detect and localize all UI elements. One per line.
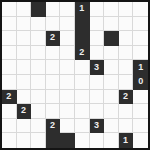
empty-cell-r1-c6[interactable] <box>90 17 105 32</box>
empty-cell-r0-c3[interactable] <box>46 2 61 17</box>
empty-cell-r9-c0[interactable] <box>2 133 17 148</box>
clue-cell-r4-c9: 1 <box>133 60 148 75</box>
empty-cell-r9-c2[interactable] <box>31 133 46 148</box>
empty-cell-r1-c0[interactable] <box>2 17 17 32</box>
empty-cell-r9-c1[interactable] <box>17 133 32 148</box>
empty-cell-r7-c6[interactable] <box>90 104 105 119</box>
empty-cell-r3-c4[interactable] <box>60 46 75 61</box>
empty-cell-r4-c7[interactable] <box>104 60 119 75</box>
empty-cell-r7-c4[interactable] <box>60 104 75 119</box>
empty-cell-r0-c0[interactable] <box>2 2 17 17</box>
light-up-board: 122310222231 <box>0 0 150 150</box>
clue-cell-r5-c9: 0 <box>133 75 148 90</box>
empty-cell-r5-c7[interactable] <box>104 75 119 90</box>
empty-cell-r2-c8[interactable] <box>119 31 134 46</box>
empty-cell-r1-c4[interactable] <box>60 17 75 32</box>
clue-cell-r4-c6: 3 <box>90 60 105 75</box>
empty-cell-r6-c9[interactable] <box>133 90 148 105</box>
wall-cell-r9-c3 <box>46 133 61 148</box>
empty-cell-r5-c4[interactable] <box>60 75 75 90</box>
empty-cell-r8-c0[interactable] <box>2 119 17 134</box>
empty-cell-r4-c5[interactable] <box>75 60 90 75</box>
empty-cell-r5-c2[interactable] <box>31 75 46 90</box>
empty-cell-r2-c9[interactable] <box>133 31 148 46</box>
wall-cell-r2-c7 <box>104 31 119 46</box>
clue-cell-r8-c6: 3 <box>90 119 105 134</box>
empty-cell-r3-c3[interactable] <box>46 46 61 61</box>
empty-cell-r3-c0[interactable] <box>2 46 17 61</box>
empty-cell-r2-c4[interactable] <box>60 31 75 46</box>
wall-cell-r0-c2 <box>31 2 46 17</box>
empty-cell-r6-c4[interactable] <box>60 90 75 105</box>
empty-cell-r2-c1[interactable] <box>17 31 32 46</box>
empty-cell-r3-c2[interactable] <box>31 46 46 61</box>
clue-cell-r8-c3: 2 <box>46 119 61 134</box>
empty-cell-r8-c7[interactable] <box>104 119 119 134</box>
empty-cell-r6-c6[interactable] <box>90 90 105 105</box>
empty-cell-r1-c1[interactable] <box>17 17 32 32</box>
empty-cell-r1-c2[interactable] <box>31 17 46 32</box>
empty-cell-r3-c7[interactable] <box>104 46 119 61</box>
wall-cell-r9-c4 <box>60 133 75 148</box>
empty-cell-r9-c9[interactable] <box>133 133 148 148</box>
empty-cell-r4-c4[interactable] <box>60 60 75 75</box>
empty-cell-r7-c7[interactable] <box>104 104 119 119</box>
wall-cell-r1-c5 <box>75 17 90 32</box>
empty-cell-r6-c7[interactable] <box>104 90 119 105</box>
empty-cell-r7-c3[interactable] <box>46 104 61 119</box>
empty-cell-r1-c3[interactable] <box>46 17 61 32</box>
empty-cell-r2-c6[interactable] <box>90 31 105 46</box>
empty-cell-r5-c5[interactable] <box>75 75 90 90</box>
empty-cell-r0-c4[interactable] <box>60 2 75 17</box>
empty-cell-r3-c6[interactable] <box>90 46 105 61</box>
empty-cell-r6-c2[interactable] <box>31 90 46 105</box>
empty-cell-r8-c5[interactable] <box>75 119 90 134</box>
clue-cell-r3-c5: 2 <box>75 46 90 61</box>
empty-cell-r4-c2[interactable] <box>31 60 46 75</box>
empty-cell-r1-c7[interactable] <box>104 17 119 32</box>
empty-cell-r8-c9[interactable] <box>133 119 148 134</box>
empty-cell-r5-c8[interactable] <box>119 75 134 90</box>
empty-cell-r3-c8[interactable] <box>119 46 134 61</box>
empty-cell-r4-c1[interactable] <box>17 60 32 75</box>
empty-cell-r9-c5[interactable] <box>75 133 90 148</box>
wall-cell-r2-c5 <box>75 31 90 46</box>
clue-cell-r2-c3: 2 <box>46 31 61 46</box>
empty-cell-r2-c2[interactable] <box>31 31 46 46</box>
empty-cell-r6-c3[interactable] <box>46 90 61 105</box>
empty-cell-r9-c6[interactable] <box>90 133 105 148</box>
empty-cell-r0-c8[interactable] <box>119 2 134 17</box>
empty-cell-r0-c1[interactable] <box>17 2 32 17</box>
empty-cell-r3-c1[interactable] <box>17 46 32 61</box>
clue-cell-r7-c1: 2 <box>17 104 32 119</box>
clue-cell-r6-c8: 2 <box>119 90 134 105</box>
empty-cell-r7-c5[interactable] <box>75 104 90 119</box>
empty-cell-r8-c4[interactable] <box>60 119 75 134</box>
empty-cell-r9-c7[interactable] <box>104 133 119 148</box>
empty-cell-r3-c9[interactable] <box>133 46 148 61</box>
empty-cell-r5-c0[interactable] <box>2 75 17 90</box>
empty-cell-r4-c0[interactable] <box>2 60 17 75</box>
empty-cell-r6-c1[interactable] <box>17 90 32 105</box>
empty-cell-r2-c0[interactable] <box>2 31 17 46</box>
clue-cell-r9-c8: 1 <box>119 133 134 148</box>
empty-cell-r0-c9[interactable] <box>133 2 148 17</box>
empty-cell-r5-c6[interactable] <box>90 75 105 90</box>
empty-cell-r5-c1[interactable] <box>17 75 32 90</box>
empty-cell-r0-c7[interactable] <box>104 2 119 17</box>
empty-cell-r0-c6[interactable] <box>90 2 105 17</box>
empty-cell-r1-c8[interactable] <box>119 17 134 32</box>
empty-cell-r6-c5[interactable] <box>75 90 90 105</box>
empty-cell-r8-c1[interactable] <box>17 119 32 134</box>
empty-cell-r5-c3[interactable] <box>46 75 61 90</box>
clue-cell-r0-c5: 1 <box>75 2 90 17</box>
empty-cell-r1-c9[interactable] <box>133 17 148 32</box>
empty-cell-r4-c8[interactable] <box>119 60 134 75</box>
empty-cell-r8-c8[interactable] <box>119 119 134 134</box>
empty-cell-r7-c9[interactable] <box>133 104 148 119</box>
empty-cell-r7-c8[interactable] <box>119 104 134 119</box>
clue-cell-r6-c0: 2 <box>2 90 17 105</box>
empty-cell-r4-c3[interactable] <box>46 60 61 75</box>
empty-cell-r7-c2[interactable] <box>31 104 46 119</box>
empty-cell-r8-c2[interactable] <box>31 119 46 134</box>
empty-cell-r7-c0[interactable] <box>2 104 17 119</box>
